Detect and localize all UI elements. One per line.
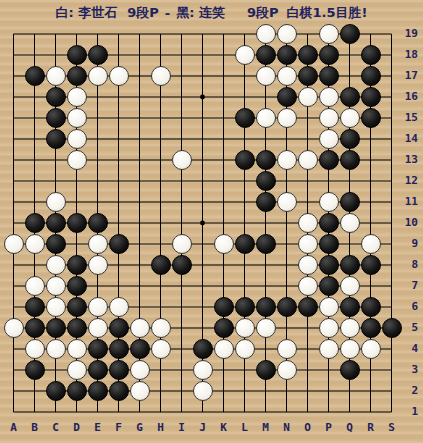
- white-stone-D14: [67, 129, 87, 149]
- row-label-18: 18: [394, 48, 418, 61]
- black-stone-F5: [109, 318, 129, 338]
- white-stone-E6: [88, 297, 108, 317]
- white-stone-Q7: [340, 276, 360, 296]
- white-stone-Q4: [340, 339, 360, 359]
- black-stone-C14: [46, 129, 66, 149]
- black-stone-M18: [256, 45, 276, 65]
- black-stone-R16: [361, 87, 381, 107]
- row-label-14: 14: [394, 132, 418, 145]
- white-stone-D13: [67, 150, 87, 170]
- black-stone-M13: [256, 150, 276, 170]
- white-stone-E8: [88, 255, 108, 275]
- black-stone-K6: [214, 297, 234, 317]
- black-stone-Q11: [340, 192, 360, 212]
- black-rank-label: 9段P: [247, 4, 279, 22]
- black-stone-B10: [25, 213, 45, 233]
- white-stone-P5: [319, 318, 339, 338]
- white-stone-C7: [46, 276, 66, 296]
- black-stone-N16: [277, 87, 297, 107]
- white-stone-J2: [193, 381, 213, 401]
- black-stone-Q19: [340, 24, 360, 44]
- column-label-I: I: [172, 421, 192, 434]
- black-stone-D6: [67, 297, 87, 317]
- row-label-13: 13: [394, 153, 418, 166]
- black-stone-R18: [361, 45, 381, 65]
- white-stone-C17: [46, 66, 66, 86]
- white-stone-K9: [214, 234, 234, 254]
- black-stone-G4: [130, 339, 150, 359]
- column-label-O: O: [298, 421, 318, 434]
- black-stone-J4: [193, 339, 213, 359]
- white-stone-I13: [172, 150, 192, 170]
- white-stone-O10: [298, 213, 318, 233]
- black-stone-Q13: [340, 150, 360, 170]
- black-stone-R6: [361, 297, 381, 317]
- black-stone-C5: [46, 318, 66, 338]
- go-board[interactable]: ABCDEFGHIJKLMNOPQRS191817161514131211109…: [0, 0, 423, 443]
- white-stone-P15: [319, 108, 339, 128]
- row-label-19: 19: [394, 27, 418, 40]
- row-label-7: 7: [394, 279, 418, 292]
- row-label-5: 5: [394, 321, 418, 334]
- column-label-N: N: [277, 421, 297, 434]
- row-label-9: 9: [394, 237, 418, 250]
- row-label-8: 8: [394, 258, 418, 271]
- black-stone-F2: [109, 381, 129, 401]
- white-stone-N3: [277, 360, 297, 380]
- row-label-17: 17: [394, 69, 418, 82]
- row-label-15: 15: [394, 111, 418, 124]
- row-label-3: 3: [394, 363, 418, 376]
- black-stone-P8: [319, 255, 339, 275]
- white-stone-G2: [130, 381, 150, 401]
- white-stone-M15: [256, 108, 276, 128]
- white-stone-R9: [361, 234, 381, 254]
- black-stone-N6: [277, 297, 297, 317]
- column-label-A: A: [4, 421, 24, 434]
- black-stone-D18: [67, 45, 87, 65]
- column-label-J: J: [193, 421, 213, 434]
- black-stone-N18: [277, 45, 297, 65]
- column-label-R: R: [361, 421, 381, 434]
- white-stone-O9: [298, 234, 318, 254]
- black-stone-E10: [88, 213, 108, 233]
- white-stone-N19: [277, 24, 297, 44]
- white-stone-H5: [151, 318, 171, 338]
- white-stone-A5: [4, 318, 24, 338]
- black-stone-E3: [88, 360, 108, 380]
- row-label-10: 10: [394, 216, 418, 229]
- white-stone-D16: [67, 87, 87, 107]
- white-stone-K4: [214, 339, 234, 359]
- white-stone-B7: [25, 276, 45, 296]
- column-label-P: P: [319, 421, 339, 434]
- row-label-16: 16: [394, 90, 418, 103]
- black-stone-E4: [88, 339, 108, 359]
- black-stone-F9: [109, 234, 129, 254]
- white-stone-N15: [277, 108, 297, 128]
- white-stone-N4: [277, 339, 297, 359]
- white-stone-O7: [298, 276, 318, 296]
- white-stone-C4: [46, 339, 66, 359]
- black-stone-L13: [235, 150, 255, 170]
- white-stone-M5: [256, 318, 276, 338]
- black-stone-Q16: [340, 87, 360, 107]
- column-label-S: S: [382, 421, 402, 434]
- black-stone-M12: [256, 171, 276, 191]
- column-label-K: K: [214, 421, 234, 434]
- game-info-bar: 白: 李世石9段P-黑: 连笑9段P白棋1.5目胜!: [0, 0, 423, 26]
- black-stone-E18: [88, 45, 108, 65]
- white-stone-Q5: [340, 318, 360, 338]
- black-stone-R8: [361, 255, 381, 275]
- black-stone-Q3: [340, 360, 360, 380]
- white-stone-P16: [319, 87, 339, 107]
- black-stone-O17: [298, 66, 318, 86]
- column-label-F: F: [109, 421, 129, 434]
- column-label-M: M: [256, 421, 276, 434]
- white-stone-N17: [277, 66, 297, 86]
- black-stone-D10: [67, 213, 87, 233]
- result-label: 白棋1.5目胜!: [287, 4, 368, 22]
- black-stone-M9: [256, 234, 276, 254]
- hoshi-point: [200, 221, 205, 226]
- black-stone-D2: [67, 381, 87, 401]
- black-stone-D8: [67, 255, 87, 275]
- black-stone-C15: [46, 108, 66, 128]
- white-stone-C8: [46, 255, 66, 275]
- white-stone-P6: [319, 297, 339, 317]
- white-stone-I9: [172, 234, 192, 254]
- black-stone-B3: [25, 360, 45, 380]
- black-stone-P7: [319, 276, 339, 296]
- white-stone-H17: [151, 66, 171, 86]
- white-stone-N11: [277, 192, 297, 212]
- row-label-11: 11: [394, 195, 418, 208]
- black-stone-M6: [256, 297, 276, 317]
- white-stone-E17: [88, 66, 108, 86]
- white-stone-C6: [46, 297, 66, 317]
- black-stone-C2: [46, 381, 66, 401]
- white-player-label: 白: 李世石: [56, 4, 118, 22]
- column-label-Q: Q: [340, 421, 360, 434]
- white-stone-D4: [67, 339, 87, 359]
- column-label-B: B: [25, 421, 45, 434]
- black-stone-F3: [109, 360, 129, 380]
- white-stone-G5: [130, 318, 150, 338]
- white-stone-L4: [235, 339, 255, 359]
- black-stone-L15: [235, 108, 255, 128]
- black-stone-C9: [46, 234, 66, 254]
- black-stone-D7: [67, 276, 87, 296]
- black-stone-P17: [319, 66, 339, 86]
- black-stone-C16: [46, 87, 66, 107]
- white-stone-L5: [235, 318, 255, 338]
- white-stone-Q15: [340, 108, 360, 128]
- black-stone-M11: [256, 192, 276, 212]
- black-stone-B5: [25, 318, 45, 338]
- column-label-E: E: [88, 421, 108, 434]
- black-stone-M3: [256, 360, 276, 380]
- black-stone-H8: [151, 255, 171, 275]
- white-stone-B4: [25, 339, 45, 359]
- white-stone-P4: [319, 339, 339, 359]
- white-rank-label: 9段P: [127, 4, 159, 22]
- white-stone-D3: [67, 360, 87, 380]
- black-stone-D5: [67, 318, 87, 338]
- white-stone-O16: [298, 87, 318, 107]
- white-stone-E5: [88, 318, 108, 338]
- players-separator: -: [165, 6, 170, 21]
- black-stone-D17: [67, 66, 87, 86]
- white-stone-O8: [298, 255, 318, 275]
- black-stone-P13: [319, 150, 339, 170]
- white-stone-C11: [46, 192, 66, 212]
- white-stone-N13: [277, 150, 297, 170]
- black-stone-L9: [235, 234, 255, 254]
- white-stone-L18: [235, 45, 255, 65]
- black-stone-P18: [319, 45, 339, 65]
- white-stone-A9: [4, 234, 24, 254]
- black-stone-C10: [46, 213, 66, 233]
- column-label-L: L: [235, 421, 255, 434]
- column-label-C: C: [46, 421, 66, 434]
- black-stone-Q14: [340, 129, 360, 149]
- white-stone-O13: [298, 150, 318, 170]
- white-stone-M17: [256, 66, 276, 86]
- row-label-2: 2: [394, 384, 418, 397]
- white-stone-H4: [151, 339, 171, 359]
- white-stone-E9: [88, 234, 108, 254]
- black-stone-P10: [319, 213, 339, 233]
- white-stone-G3: [130, 360, 150, 380]
- white-stone-Q10: [340, 213, 360, 233]
- column-label-D: D: [67, 421, 87, 434]
- black-stone-P9: [319, 234, 339, 254]
- black-stone-Q8: [340, 255, 360, 275]
- row-label-12: 12: [394, 174, 418, 187]
- black-stone-F4: [109, 339, 129, 359]
- black-stone-R5: [361, 318, 381, 338]
- row-label-1: 1: [394, 405, 418, 418]
- column-label-H: H: [151, 421, 171, 434]
- black-stone-E2: [88, 381, 108, 401]
- hoshi-point: [200, 95, 205, 100]
- row-label-6: 6: [394, 300, 418, 313]
- black-stone-O6: [298, 297, 318, 317]
- black-stone-R15: [361, 108, 381, 128]
- white-stone-F6: [109, 297, 129, 317]
- white-stone-D15: [67, 108, 87, 128]
- white-stone-P14: [319, 129, 339, 149]
- black-stone-B6: [25, 297, 45, 317]
- black-player-label: 黑: 连笑: [176, 4, 225, 22]
- white-stone-J3: [193, 360, 213, 380]
- white-stone-F17: [109, 66, 129, 86]
- white-stone-B9: [25, 234, 45, 254]
- black-stone-L6: [235, 297, 255, 317]
- black-stone-K5: [214, 318, 234, 338]
- white-stone-M19: [256, 24, 276, 44]
- black-stone-Q6: [340, 297, 360, 317]
- row-label-4: 4: [394, 342, 418, 355]
- white-stone-R4: [361, 339, 381, 359]
- black-stone-I8: [172, 255, 192, 275]
- black-stone-R17: [361, 66, 381, 86]
- white-stone-P11: [319, 192, 339, 212]
- black-stone-B17: [25, 66, 45, 86]
- white-stone-P19: [319, 24, 339, 44]
- black-stone-O18: [298, 45, 318, 65]
- column-label-G: G: [130, 421, 150, 434]
